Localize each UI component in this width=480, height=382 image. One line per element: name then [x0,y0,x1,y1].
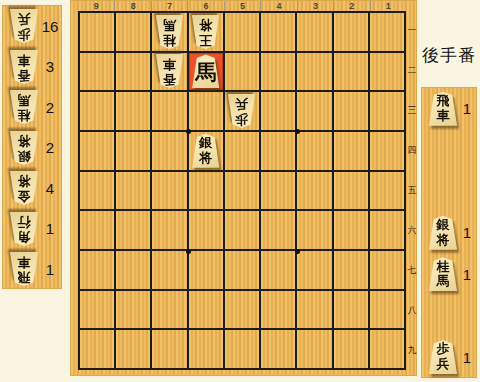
shogi-piece-角行-gote[interactable]: 角行 [9,212,39,246]
square-69[interactable] [189,330,223,368]
file-label-8: 8 [114,1,150,11]
piece-kanji: 飛 [437,94,450,109]
sente-hand-count-飛車: 1 [458,100,476,117]
piece-kanji: 将 [437,233,450,248]
piece-kanji: 歩 [437,342,450,357]
piece-kanji: 車 [18,255,31,270]
shogi-piece-飛車-gote[interactable]: 飛車 [9,252,39,286]
gote-hand-count-香車: 3 [39,58,61,75]
square-97[interactable] [80,251,114,289]
piece-kanji: 将 [199,17,212,32]
piece-kanji: 飛 [18,269,31,284]
rank-label-9: 九 [406,330,418,370]
rank-label-5: 五 [406,171,418,211]
square-65[interactable] [189,172,223,210]
square-52[interactable] [225,53,259,91]
piece-kanji: 将 [18,174,31,189]
square-79[interactable] [152,330,186,368]
square-13[interactable] [370,92,404,130]
square-54[interactable] [225,132,259,170]
square-29[interactable] [334,330,368,368]
square-55[interactable] [225,172,259,210]
piece-kanji: 香 [163,71,176,86]
piece-kanji: 馬 [437,274,450,289]
square-62[interactable]: 馬 [189,53,223,91]
shogi-piece-桂馬-sente[interactable]: 桂馬 [428,257,458,291]
square-83[interactable] [116,92,150,130]
square-35[interactable] [297,172,331,210]
turn-indicator: 後手番 [420,44,478,67]
gote-hand-slot-6: 飛車1 [3,249,61,290]
shogi-piece-歩兵-gote[interactable]: 歩兵 [9,9,39,43]
square-59[interactable] [225,330,259,368]
shogi-piece-金将-gote[interactable]: 金将 [9,171,39,205]
square-36[interactable] [297,211,331,249]
piece-kanji: 兵 [437,357,450,372]
rank-label-1: 一 [406,11,418,51]
square-64[interactable]: 銀将 [189,132,223,170]
sente-hand-slot-5 [422,295,476,336]
square-84[interactable] [116,132,150,170]
sente-hand-slot-4: 桂馬1 [422,254,476,295]
file-label-2: 2 [333,1,369,11]
shogi-piece-桂馬-gote[interactable]: 桂馬 [155,15,184,49]
gote-hand-count-銀将: 2 [39,139,61,156]
square-38[interactable] [297,291,331,329]
square-44[interactable] [261,132,295,170]
sente-hand-slot-1 [422,129,476,170]
rank-label-2: 二 [406,51,418,91]
square-17[interactable] [370,251,404,289]
square-23[interactable] [334,92,368,130]
square-74[interactable] [152,132,186,170]
piece-kanji: 将 [18,133,31,148]
piece-kanji: 銀 [18,148,31,163]
file-label-3: 3 [297,1,333,11]
square-66[interactable] [189,211,223,249]
sente-captured-stand: 飛車1銀将1桂馬1歩兵1 [421,87,477,378]
square-72[interactable]: 香車 [152,53,186,91]
square-85[interactable] [116,172,150,210]
rank-label-6: 六 [406,210,418,250]
square-94[interactable] [80,132,114,170]
star-point [186,249,191,254]
rank-coordinates: 一二三四五六七八九 [406,11,418,370]
square-41[interactable] [261,13,295,51]
square-28[interactable] [334,291,368,329]
square-26[interactable] [334,211,368,249]
shogi-piece-香車-gote[interactable]: 香車 [155,54,184,88]
square-27[interactable] [334,251,368,289]
star-point [186,129,191,134]
square-18[interactable] [370,291,404,329]
gote-hand-count-飛車: 1 [39,261,61,278]
square-92[interactable] [80,53,114,91]
square-46[interactable] [261,211,295,249]
shogi-piece-銀将-sente[interactable]: 銀将 [428,216,458,250]
piece-kanji: 角 [18,229,31,244]
sente-hand-count-歩兵: 1 [458,349,476,366]
shogi-piece-香車-gote[interactable]: 香車 [9,50,39,84]
gote-hand-count-角行: 1 [39,220,61,237]
shogi-piece-馬-sente[interactable]: 馬 [191,54,220,88]
piece-kanji: 歩 [235,111,248,126]
square-89[interactable] [116,330,150,368]
sente-hand-slot-6: 歩兵1 [422,336,476,377]
shogi-piece-銀将-sente[interactable]: 銀将 [191,134,220,168]
piece-kanji: 馬 [195,61,216,82]
shogi-piece-王将-gote[interactable]: 王将 [191,15,220,49]
file-label-7: 7 [151,1,187,11]
square-71[interactable]: 桂馬 [152,13,186,51]
gote-hand-slot-4: 金将4 [3,168,61,209]
square-98[interactable] [80,291,114,329]
square-63[interactable] [189,92,223,130]
square-77[interactable] [152,251,186,289]
square-56[interactable] [225,211,259,249]
piece-kanji: 車 [437,109,450,124]
square-68[interactable] [189,291,223,329]
square-88[interactable] [116,291,150,329]
square-43[interactable] [261,92,295,130]
square-12[interactable] [370,53,404,91]
file-label-5: 5 [224,1,260,11]
square-42[interactable] [261,53,295,91]
square-33[interactable] [297,92,331,130]
square-87[interactable] [116,251,150,289]
shogi-piece-歩兵-sente[interactable]: 歩兵 [428,340,458,374]
square-96[interactable] [80,211,114,249]
piece-kanji: 馬 [18,93,31,108]
shogi-board: 桂馬王将香車馬歩兵銀将 [78,11,406,370]
square-57[interactable] [225,251,259,289]
rank-label-4: 四 [406,131,418,171]
shogi-piece-銀将-gote[interactable]: 銀将 [9,131,39,165]
square-14[interactable] [370,132,404,170]
file-label-4: 4 [260,1,296,11]
square-45[interactable] [261,172,295,210]
square-99[interactable] [80,330,114,368]
sente-hand-slot-0: 飛車1 [422,88,476,129]
square-81[interactable] [116,13,150,51]
square-47[interactable] [261,251,295,289]
square-58[interactable] [225,291,259,329]
square-49[interactable] [261,330,295,368]
square-93[interactable] [80,92,114,130]
gote-captured-stand: 歩兵16香車3桂馬2銀将2金将4角行1飛車1 [2,5,62,289]
piece-kanji: 桂 [163,32,176,47]
gote-hand-slot-3: 銀将2 [3,128,61,169]
sente-hand-slot-3: 銀将1 [422,212,476,253]
piece-kanji: 車 [163,57,176,72]
rank-label-3: 三 [406,91,418,131]
square-31[interactable] [297,13,331,51]
gote-hand-slot-0: 歩兵16 [3,6,61,47]
star-point [295,129,300,134]
square-61[interactable]: 王将 [189,13,223,51]
piece-kanji: 香 [18,67,31,82]
square-91[interactable] [80,13,114,51]
shogi-piece-桂馬-gote[interactable]: 桂馬 [9,90,39,124]
square-53[interactable]: 歩兵 [225,92,259,130]
square-25[interactable] [334,172,368,210]
square-19[interactable] [370,330,404,368]
star-point [295,249,300,254]
rank-label-7: 七 [406,250,418,290]
file-label-6: 6 [187,1,223,11]
piece-kanji: 馬 [163,17,176,32]
square-21[interactable] [334,13,368,51]
square-95[interactable] [80,172,114,210]
square-67[interactable] [189,251,223,289]
square-48[interactable] [261,291,295,329]
piece-kanji: 兵 [18,12,31,27]
sente-hand-slot-2 [422,171,476,212]
gote-hand-count-歩兵: 16 [39,18,61,35]
square-34[interactable] [297,132,331,170]
piece-kanji: 金 [18,188,31,203]
square-39[interactable] [297,330,331,368]
piece-kanji: 王 [199,32,212,47]
gote-hand-count-桂馬: 2 [39,99,61,116]
sente-hand-count-銀将: 1 [458,224,476,241]
piece-kanji: 行 [18,214,31,229]
gote-hand-slot-2: 桂馬2 [3,87,61,128]
piece-kanji: 将 [199,151,212,166]
gote-hand-slot-1: 香車3 [3,47,61,88]
file-label-1: 1 [370,1,406,11]
file-coordinates: 987654321 [78,1,406,11]
square-11[interactable] [370,13,404,51]
square-32[interactable] [297,53,331,91]
square-22[interactable] [334,53,368,91]
square-86[interactable] [116,211,150,249]
shogi-piece-歩兵-gote[interactable]: 歩兵 [227,94,256,128]
shogi-piece-飛車-sente[interactable]: 飛車 [428,92,458,126]
square-76[interactable] [152,211,186,249]
rank-label-8: 八 [406,290,418,330]
piece-kanji: 車 [18,52,31,67]
piece-kanji: 銀 [437,218,450,233]
square-51[interactable] [225,13,259,51]
sente-hand-count-桂馬: 1 [458,266,476,283]
piece-kanji: 桂 [18,107,31,122]
square-16[interactable] [370,211,404,249]
gote-hand-slot-5: 角行1 [3,209,61,250]
square-24[interactable] [334,132,368,170]
piece-kanji: 桂 [437,260,450,275]
square-82[interactable] [116,53,150,91]
piece-kanji: 銀 [199,136,212,151]
shogi-board-block: 987654321 桂馬王将香車馬歩兵銀将 一二三四五六七八九 [70,0,417,376]
piece-kanji: 兵 [235,97,248,112]
file-label-9: 9 [78,1,114,11]
square-73[interactable] [152,92,186,130]
gote-hand-count-金将: 4 [39,180,61,197]
square-15[interactable] [370,172,404,210]
piece-kanji: 歩 [18,26,31,41]
square-78[interactable] [152,291,186,329]
square-75[interactable] [152,172,186,210]
square-37[interactable] [297,251,331,289]
